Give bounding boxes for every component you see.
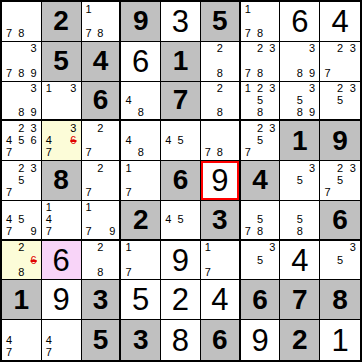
candidate-8: 8 <box>294 226 306 238</box>
cell-r1c2[interactable]: 2 <box>42 2 82 42</box>
solved-digit: 9 <box>53 284 70 315</box>
pencil-marks: 2357 <box>2 161 41 200</box>
candidate-8: 8 <box>254 28 266 40</box>
cell-r2c9[interactable]: 237 <box>320 42 360 82</box>
pencil-marks: 48 <box>121 121 160 160</box>
candidate-9: 9 <box>306 106 318 118</box>
candidate-1: 1 <box>122 242 134 254</box>
candidate-5: 5 <box>294 174 306 186</box>
candidate-5: 5 <box>254 94 266 106</box>
pencil-marks: 17 <box>201 241 239 280</box>
candidate-8: 8 <box>15 67 27 79</box>
cell-r9c8[interactable]: 2 <box>280 320 320 360</box>
candidate-9: 9 <box>28 226 40 238</box>
pencil-marks: 48 <box>121 82 160 120</box>
candidate-8: 8 <box>214 106 226 118</box>
given-digit: 4 <box>93 47 109 75</box>
candidate-2: 2 <box>334 162 347 174</box>
candidate-2: 2 <box>15 122 27 134</box>
pencil-marks: 58 <box>280 201 319 239</box>
candidate-4: 4 <box>43 135 55 147</box>
cell-r1c5[interactable]: 3 <box>161 2 201 42</box>
cell-r4c2[interactable]: 3476 <box>42 121 82 161</box>
cell-r2c2[interactable]: 5 <box>42 42 82 82</box>
candidate-8: 8 <box>254 106 266 118</box>
cell-r7c3[interactable]: 28 <box>82 241 122 281</box>
candidate-2: 2 <box>254 43 266 55</box>
pencil-marks: 178 <box>241 2 280 41</box>
pencil-marks: 235 <box>320 82 360 120</box>
candidate-8: 8 <box>294 106 306 118</box>
cell-r6c5[interactable]: 45 <box>161 201 201 241</box>
cell-r7c2[interactable]: 6 <box>42 241 82 281</box>
cell-r3c2[interactable]: 13 <box>42 82 82 122</box>
given-digit: 7 <box>292 286 308 314</box>
solved-digit: 2 <box>172 284 189 315</box>
candidate-5: 5 <box>334 174 347 186</box>
candidate-8: 8 <box>94 266 106 278</box>
pencil-marks: 3789 <box>2 42 41 81</box>
given-digit: 3 <box>212 206 228 234</box>
candidate-3: 3 <box>266 83 278 95</box>
cell-r2c3[interactable]: 4 <box>82 42 122 82</box>
cell-r3c3[interactable]: 6 <box>82 82 122 122</box>
cell-r3c6[interactable]: 28 <box>201 82 241 122</box>
candidate-3: 3 <box>346 83 359 95</box>
candidate-9: 9 <box>28 106 40 118</box>
cell-r5c1[interactable]: 2357 <box>2 161 42 201</box>
candidate-7: 7 <box>242 67 254 79</box>
candidate-4: 4 <box>3 135 15 147</box>
cell-r1c6[interactable]: 5 <box>201 2 241 42</box>
candidate-3: 3 <box>266 43 278 55</box>
candidate-7: 7 <box>3 187 15 199</box>
solved-digit: 4 <box>211 284 228 315</box>
given-digit: 2 <box>133 206 149 234</box>
pencil-marks: 13 <box>42 82 81 120</box>
cell-r7c9[interactable]: 35 <box>320 241 360 281</box>
solved-digit: 8 <box>172 325 189 356</box>
cell-r9c9[interactable]: 1 <box>320 320 360 360</box>
candidate-5: 5 <box>334 94 347 106</box>
solved-digit: 6 <box>53 245 70 276</box>
cell-r4c1[interactable]: 234567 <box>2 121 42 161</box>
candidate-8: 8 <box>254 67 266 79</box>
candidate-7: 7 <box>3 28 15 40</box>
candidate-3: 3 <box>28 83 40 95</box>
given-digit: 5 <box>53 47 69 75</box>
candidate-8: 8 <box>15 106 27 118</box>
candidate-7: 7 <box>83 187 95 199</box>
candidate-1: 1 <box>83 3 95 15</box>
cell-r8c5[interactable]: 2 <box>161 280 201 320</box>
candidate-7: 7 <box>83 226 95 238</box>
solved-digit: 5 <box>132 284 149 315</box>
candidate-7: 7 <box>202 266 214 278</box>
candidate-8: 8 <box>94 28 106 40</box>
candidate-3: 3 <box>28 43 40 55</box>
given-digit: 8 <box>332 286 348 314</box>
candidate-3: 3 <box>346 242 359 254</box>
cell-r6c7[interactable]: 578 <box>241 201 281 241</box>
candidate-3: 3 <box>28 162 40 174</box>
eliminated-candidate-6: 6 <box>28 254 40 266</box>
given-digit: 5 <box>212 7 228 35</box>
candidate-3: 3 <box>306 162 318 174</box>
solved-digit: 1 <box>331 325 348 356</box>
cell-r6c3[interactable]: 179 <box>82 201 122 241</box>
candidate-2: 2 <box>334 83 347 95</box>
given-digit: 6 <box>332 206 348 234</box>
cell-r2c6[interactable]: 28 <box>201 42 241 82</box>
given-digit: 6 <box>252 286 268 314</box>
cell-r4c6[interactable]: 78 <box>201 121 241 161</box>
cell-r5c6[interactable]: 9 <box>201 161 241 201</box>
cell-r3c1[interactable]: 389 <box>2 82 42 122</box>
candidate-4: 4 <box>162 135 174 147</box>
given-digit: 1 <box>14 286 30 314</box>
candidate-7: 7 <box>122 187 134 199</box>
candidate-2: 2 <box>94 242 106 254</box>
given-digit: 8 <box>53 166 69 194</box>
pencil-marks: 578 <box>241 201 280 239</box>
pencil-marks: 45 <box>161 121 200 160</box>
candidate-8: 8 <box>135 106 147 118</box>
candidate-2: 2 <box>214 43 226 55</box>
given-digit: 4 <box>252 166 268 194</box>
pencil-marks: 47 <box>42 320 81 360</box>
cell-r8c4[interactable]: 5 <box>121 280 161 320</box>
pencil-marks: 3589 <box>280 82 319 120</box>
candidate-5: 5 <box>254 135 266 147</box>
candidate-9: 9 <box>106 226 118 238</box>
pencil-marks: 27 <box>82 161 120 200</box>
cell-r6c1[interactable]: 4579 <box>2 201 42 241</box>
candidate-4: 4 <box>122 135 134 147</box>
candidate-7: 7 <box>321 187 334 199</box>
candidate-1: 1 <box>242 3 254 15</box>
pencil-marks: 45 <box>161 201 200 239</box>
pencil-marks: 28 <box>201 82 239 120</box>
cell-r4c4[interactable]: 48 <box>121 121 161 161</box>
pencil-marks: 179 <box>82 201 120 239</box>
candidate-3: 3 <box>306 43 318 55</box>
pencil-marks: 17 <box>121 161 160 200</box>
solved-digit: 3 <box>172 6 189 37</box>
cell-r4c8[interactable]: 1 <box>280 121 320 161</box>
candidate-8: 8 <box>254 226 266 238</box>
candidate-2: 2 <box>214 83 226 95</box>
cell-r8c7[interactable]: 6 <box>241 280 281 320</box>
candidate-3: 3 <box>67 83 79 95</box>
cell-r2c1[interactable]: 3789 <box>2 42 42 82</box>
cell-r9c6[interactable]: 6 <box>201 320 241 360</box>
candidate-1: 1 <box>242 83 254 95</box>
cell-r1c3[interactable]: 178 <box>82 2 122 42</box>
cell-r9c5[interactable]: 8 <box>161 320 201 360</box>
cell-r1c9[interactable]: 4 <box>320 2 360 42</box>
candidate-2: 2 <box>94 162 106 174</box>
given-digit: 3 <box>93 286 109 314</box>
cell-r3c5[interactable]: 7 <box>161 82 201 122</box>
candidate-4: 4 <box>3 214 15 226</box>
candidate-7: 7 <box>3 67 15 79</box>
cell-r4c9[interactable]: 9 <box>320 121 360 161</box>
cell-r7c1[interactable]: 286 <box>2 241 42 281</box>
pencil-marks: 234567 <box>2 121 41 160</box>
candidate-7: 7 <box>43 346 55 359</box>
candidate-3: 3 <box>266 242 278 254</box>
pencil-marks: 35 <box>320 241 360 280</box>
candidate-7: 7 <box>242 28 254 40</box>
candidate-5: 5 <box>294 214 306 226</box>
candidate-1: 1 <box>202 242 214 254</box>
candidate-3: 3 <box>67 122 79 134</box>
cell-r5c3[interactable]: 27 <box>82 161 122 201</box>
cell-r8c8[interactable]: 7 <box>280 280 320 320</box>
pencil-marks: 389 <box>280 42 319 81</box>
candidate-7: 7 <box>83 147 95 159</box>
pencil-marks: 389 <box>2 82 41 120</box>
sudoku-board: 7821789351786437895461282378389237389136… <box>0 0 362 362</box>
cell-r9c3[interactable]: 5 <box>82 320 122 360</box>
candidate-8: 8 <box>214 67 226 79</box>
candidate-1: 1 <box>43 202 55 214</box>
candidate-3: 3 <box>346 43 359 55</box>
cell-r1c8[interactable]: 6 <box>280 2 320 42</box>
given-digit: 9 <box>332 127 348 155</box>
given-digit: 1 <box>292 127 308 155</box>
cell-r6c2[interactable]: 147 <box>42 201 82 241</box>
candidate-5: 5 <box>254 214 266 226</box>
cell-r8c6[interactable]: 4 <box>201 280 241 320</box>
cell-r4c3[interactable]: 27 <box>82 121 122 161</box>
candidate-4: 4 <box>43 334 55 347</box>
cell-r5c2[interactable]: 8 <box>42 161 82 201</box>
candidate-2: 2 <box>94 122 106 134</box>
candidate-5: 5 <box>174 214 186 226</box>
candidate-1: 1 <box>122 162 134 174</box>
cell-r7c8[interactable]: 4 <box>280 241 320 281</box>
solved-digit: 6 <box>291 6 308 37</box>
cell-r6c6[interactable]: 3 <box>201 201 241 241</box>
candidate-4: 4 <box>3 334 15 347</box>
candidate-9: 9 <box>28 67 40 79</box>
cell-r7c5[interactable]: 9 <box>161 241 201 281</box>
cell-r3c4[interactable]: 48 <box>121 82 161 122</box>
cell-r8c9[interactable]: 8 <box>320 280 360 320</box>
cell-r6c9[interactable]: 6 <box>320 201 360 241</box>
cell-r3c8[interactable]: 3589 <box>280 82 320 122</box>
cell-r4c7[interactable]: 2357 <box>241 121 281 161</box>
candidate-8: 8 <box>15 266 27 278</box>
cell-r9c2[interactable]: 47 <box>42 320 82 360</box>
candidate-5: 5 <box>294 94 306 106</box>
given-digit: 6 <box>212 326 228 354</box>
solved-digit: 9 <box>251 325 268 356</box>
pencil-marks: 178 <box>82 2 120 41</box>
candidate-2: 2 <box>15 242 27 254</box>
candidate-8: 8 <box>294 67 306 79</box>
candidate-5: 5 <box>15 214 27 226</box>
pencil-marks: 2357 <box>320 161 360 200</box>
cell-r9c7[interactable]: 9 <box>241 320 281 360</box>
given-digit: 1 <box>173 47 189 75</box>
pencil-marks: 17 <box>121 241 160 280</box>
given-digit: 2 <box>53 7 69 35</box>
eliminated-candidate-6: 6 <box>67 135 79 147</box>
candidate-7: 7 <box>122 266 134 278</box>
pencil-marks: 47 <box>2 320 41 360</box>
cell-r6c8[interactable]: 58 <box>280 201 320 241</box>
solved-digit: 6 <box>132 46 149 77</box>
cell-r2c7[interactable]: 2378 <box>241 42 281 82</box>
cell-r9c4[interactable]: 3 <box>121 320 161 360</box>
candidate-4: 4 <box>43 214 55 226</box>
candidate-7: 7 <box>242 147 254 159</box>
candidate-4: 4 <box>162 214 174 226</box>
candidate-3: 3 <box>266 122 278 134</box>
candidate-7: 7 <box>3 226 15 238</box>
candidate-5: 5 <box>334 254 347 266</box>
cell-r6c4[interactable]: 2 <box>121 201 161 241</box>
candidate-4: 4 <box>122 94 134 106</box>
pencil-marks: 12358 <box>241 82 280 120</box>
cell-r8c1[interactable]: 1 <box>2 280 42 320</box>
cell-r2c4[interactable]: 6 <box>121 42 161 82</box>
cell-r7c7[interactable]: 35 <box>241 241 281 281</box>
candidate-9: 9 <box>306 67 318 79</box>
candidate-6: 6 <box>28 135 40 147</box>
candidate-2: 2 <box>254 122 266 134</box>
candidate-7: 7 <box>242 226 254 238</box>
solved-digit: 9 <box>172 245 189 276</box>
given-digit: 7 <box>173 86 189 114</box>
candidate-5: 5 <box>254 254 266 266</box>
candidate-7: 7 <box>3 346 15 359</box>
given-digit: 3 <box>133 326 149 354</box>
cell-r3c7[interactable]: 12358 <box>241 82 281 122</box>
cell-r2c8[interactable]: 389 <box>280 42 320 82</box>
candidate-5: 5 <box>15 135 27 147</box>
candidate-8: 8 <box>214 147 226 159</box>
candidate-7: 7 <box>3 147 15 159</box>
candidate-2: 2 <box>15 162 27 174</box>
candidate-7: 7 <box>83 28 95 40</box>
solved-digit: 4 <box>331 6 348 37</box>
candidate-7: 7 <box>321 67 334 79</box>
pencil-marks: 147 <box>42 201 81 239</box>
pencil-marks: 28 <box>201 42 239 81</box>
solved-digit: 9 <box>211 165 228 196</box>
pencil-marks: 2357 <box>241 121 280 160</box>
pencil-marks: 3476 <box>42 121 81 160</box>
cell-r7c4[interactable]: 17 <box>121 241 161 281</box>
cell-r1c4[interactable]: 9 <box>121 2 161 42</box>
cell-r5c7[interactable]: 4 <box>241 161 281 201</box>
candidate-1: 1 <box>83 202 95 214</box>
pencil-marks: 4579 <box>2 201 41 239</box>
candidate-2: 2 <box>254 83 266 95</box>
pencil-marks: 237 <box>320 42 360 81</box>
given-digit: 6 <box>173 166 189 194</box>
cell-r3c9[interactable]: 235 <box>320 82 360 122</box>
given-digit: 9 <box>133 7 149 35</box>
pencil-marks: 27 <box>82 121 120 160</box>
cell-r5c9[interactable]: 2357 <box>320 161 360 201</box>
candidate-8: 8 <box>135 147 147 159</box>
pencil-marks: 35 <box>241 241 280 280</box>
solved-digit: 4 <box>291 245 308 276</box>
given-digit: 2 <box>292 326 308 354</box>
given-digit: 5 <box>93 326 109 354</box>
candidate-7: 7 <box>43 147 55 159</box>
cell-r8c2[interactable]: 9 <box>42 280 82 320</box>
candidate-2: 2 <box>334 43 347 55</box>
pencil-marks: 78 <box>201 121 239 160</box>
cell-r7c6[interactable]: 17 <box>201 241 241 281</box>
candidate-3: 3 <box>28 122 40 134</box>
cell-r1c7[interactable]: 178 <box>241 2 281 42</box>
candidate-1: 1 <box>43 83 55 95</box>
candidate-8: 8 <box>15 28 27 40</box>
cell-r5c8[interactable]: 35 <box>280 161 320 201</box>
pencil-marks: 28 <box>82 241 120 280</box>
candidate-7: 7 <box>43 226 55 238</box>
cell-r8c3[interactable]: 3 <box>82 280 122 320</box>
pencil-marks: 35 <box>280 161 319 200</box>
pencil-marks: 2378 <box>241 42 280 81</box>
cell-r2c5[interactable]: 1 <box>161 42 201 82</box>
cell-r5c5[interactable]: 6 <box>161 161 201 201</box>
cell-r1c1[interactable]: 78 <box>2 2 42 42</box>
candidate-5: 5 <box>15 174 27 186</box>
candidate-3: 3 <box>346 162 359 174</box>
cell-r9c1[interactable]: 47 <box>2 320 42 360</box>
pencil-marks: 286 <box>2 241 41 280</box>
candidate-7: 7 <box>202 147 214 159</box>
cell-r5c4[interactable]: 17 <box>121 161 161 201</box>
given-digit: 6 <box>93 86 109 114</box>
cell-r4c5[interactable]: 45 <box>161 121 201 161</box>
candidate-5: 5 <box>174 135 186 147</box>
candidate-3: 3 <box>306 83 318 95</box>
pencil-marks: 78 <box>2 2 41 41</box>
